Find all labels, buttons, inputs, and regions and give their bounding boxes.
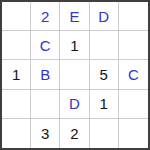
grid-cell-r3c5[interactable]: C (119, 60, 148, 89)
grid-cell-r5c1[interactable] (2, 119, 31, 148)
grid-cell-r2c4[interactable] (90, 31, 119, 60)
grid-cell-r5c2[interactable]: 3 (31, 119, 60, 148)
grid-cell-r2c2[interactable]: C (31, 31, 60, 60)
grid-cell-r3c2[interactable]: B (31, 60, 60, 89)
grid-cell-r2c1[interactable] (2, 31, 31, 60)
grid-cell-r4c2[interactable] (31, 90, 60, 119)
puzzle-grid: 2EDC11B5CD132 (0, 0, 150, 150)
grid-cell-r1c2[interactable]: 2 (31, 2, 60, 31)
grid-cell-r1c3[interactable]: E (60, 2, 89, 31)
grid-cell-r4c5[interactable] (119, 90, 148, 119)
grid-cell-r5c4[interactable] (90, 119, 119, 148)
grid-cell-r3c3[interactable] (60, 60, 89, 89)
grid-cell-r5c5[interactable] (119, 119, 148, 148)
grid-cell-r1c5[interactable] (119, 2, 148, 31)
grid-cell-r1c1[interactable] (2, 2, 31, 31)
grid-cell-r4c4[interactable]: 1 (90, 90, 119, 119)
grid-cell-r3c1[interactable]: 1 (2, 60, 31, 89)
grid-cell-r4c1[interactable] (2, 90, 31, 119)
grid-cell-r1c4[interactable]: D (90, 2, 119, 31)
grid-cell-r5c3[interactable]: 2 (60, 119, 89, 148)
grid-cell-r4c3[interactable]: D (60, 90, 89, 119)
grid-cell-r2c5[interactable] (119, 31, 148, 60)
grid-cell-r3c4[interactable]: 5 (90, 60, 119, 89)
grid-cell-r2c3[interactable]: 1 (60, 31, 89, 60)
